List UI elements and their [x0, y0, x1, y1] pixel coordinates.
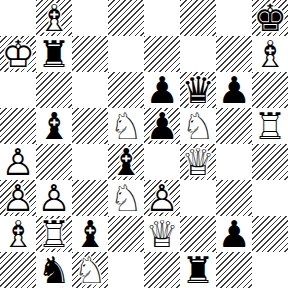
white-queen-e2: ♛♕ — [144, 216, 180, 252]
square-g1[interactable] — [216, 252, 252, 288]
square-b1[interactable]: ♞♞ — [36, 252, 72, 288]
white-bishop-icon: ♗ — [36, 0, 72, 36]
white-king-icon: ♔ — [0, 36, 36, 72]
white-pawn-a3: ♟♙ — [0, 180, 36, 216]
white-pawn-icon: ♙ — [36, 180, 72, 216]
square-g5[interactable] — [216, 108, 252, 144]
square-f1[interactable]: ♜♜ — [180, 252, 216, 288]
square-g2[interactable]: ♟♟ — [216, 216, 252, 252]
square-d1[interactable] — [108, 252, 144, 288]
square-a2[interactable]: ♝♗ — [0, 216, 36, 252]
black-bishop-c2: ♝♝ — [72, 216, 108, 252]
square-f3[interactable] — [180, 180, 216, 216]
white-rook-b2: ♜♖ — [36, 216, 72, 252]
square-d7[interactable] — [108, 36, 144, 72]
black-queen-icon: ♛ — [180, 72, 216, 108]
white-knight-f5: ♞♘ — [180, 108, 216, 144]
black-king-icon: ♚ — [252, 0, 288, 36]
square-e5[interactable]: ♟♟ — [144, 108, 180, 144]
black-pawn-icon: ♟ — [144, 108, 180, 144]
white-king-a7: ♚♔ — [0, 36, 36, 72]
square-h5[interactable]: ♜♖ — [252, 108, 288, 144]
white-bishop-h7: ♝♗ — [252, 36, 288, 72]
square-c1[interactable]: ♞♘ — [72, 252, 108, 288]
square-g8[interactable] — [216, 0, 252, 36]
white-knight-icon: ♘ — [108, 180, 144, 216]
square-a3[interactable]: ♟♙ — [0, 180, 36, 216]
square-c2[interactable]: ♝♝ — [72, 216, 108, 252]
square-d3[interactable]: ♞♘ — [108, 180, 144, 216]
square-g6[interactable]: ♟♟ — [216, 72, 252, 108]
black-bishop-icon: ♝ — [108, 144, 144, 180]
square-d6[interactable] — [108, 72, 144, 108]
white-knight-c1: ♞♘ — [72, 252, 108, 288]
black-pawn-icon: ♟ — [216, 216, 252, 252]
square-c8[interactable] — [72, 0, 108, 36]
square-h4[interactable] — [252, 144, 288, 180]
square-f4[interactable]: ♛♕ — [180, 144, 216, 180]
black-queen-f6: ♛♛ — [180, 72, 216, 108]
black-bishop-icon: ♝ — [72, 216, 108, 252]
square-c5[interactable] — [72, 108, 108, 144]
square-b7[interactable]: ♜♜ — [36, 36, 72, 72]
square-e4[interactable] — [144, 144, 180, 180]
black-bishop-d4: ♝♝ — [108, 144, 144, 180]
square-d5[interactable]: ♞♘ — [108, 108, 144, 144]
white-queen-icon: ♕ — [144, 216, 180, 252]
square-b8[interactable]: ♝♗ — [36, 0, 72, 36]
black-pawn-e6: ♟♟ — [144, 72, 180, 108]
white-knight-d5: ♞♘ — [108, 108, 144, 144]
black-knight-b1: ♞♞ — [36, 252, 72, 288]
white-knight-icon: ♘ — [72, 252, 108, 288]
square-h6[interactable] — [252, 72, 288, 108]
white-pawn-a4: ♟♙ — [0, 144, 36, 180]
square-e3[interactable]: ♟♙ — [144, 180, 180, 216]
square-e2[interactable]: ♛♕ — [144, 216, 180, 252]
black-pawn-icon: ♟ — [144, 72, 180, 108]
square-c4[interactable] — [72, 144, 108, 180]
square-f7[interactable] — [180, 36, 216, 72]
square-g4[interactable] — [216, 144, 252, 180]
square-e8[interactable] — [144, 0, 180, 36]
square-a8[interactable] — [0, 0, 36, 36]
white-knight-d3: ♞♘ — [108, 180, 144, 216]
square-g7[interactable] — [216, 36, 252, 72]
square-a7[interactable]: ♚♔ — [0, 36, 36, 72]
white-pawn-icon: ♙ — [0, 144, 36, 180]
white-rook-h5: ♜♖ — [252, 108, 288, 144]
black-pawn-e5: ♟♟ — [144, 108, 180, 144]
white-pawn-b3: ♟♙ — [36, 180, 72, 216]
square-e6[interactable]: ♟♟ — [144, 72, 180, 108]
black-rook-b7: ♜♜ — [36, 36, 72, 72]
white-bishop-icon: ♗ — [252, 36, 288, 72]
white-rook-icon: ♖ — [36, 216, 72, 252]
square-h3[interactable] — [252, 180, 288, 216]
white-pawn-e3: ♟♙ — [144, 180, 180, 216]
black-rook-icon: ♜ — [180, 252, 216, 288]
square-e1[interactable] — [144, 252, 180, 288]
square-a5[interactable] — [0, 108, 36, 144]
black-pawn-g2: ♟♟ — [216, 216, 252, 252]
square-a4[interactable]: ♟♙ — [0, 144, 36, 180]
square-g3[interactable] — [216, 180, 252, 216]
square-h7[interactable]: ♝♗ — [252, 36, 288, 72]
square-b2[interactable]: ♜♖ — [36, 216, 72, 252]
square-h2[interactable] — [252, 216, 288, 252]
square-e7[interactable] — [144, 36, 180, 72]
white-queen-f4: ♛♕ — [180, 144, 216, 180]
square-f8[interactable] — [180, 0, 216, 36]
black-knight-icon: ♞ — [36, 252, 72, 288]
square-h8[interactable]: ♚♚ — [252, 0, 288, 36]
square-d4[interactable]: ♝♝ — [108, 144, 144, 180]
black-rook-icon: ♜ — [36, 36, 72, 72]
black-king-h8: ♚♚ — [252, 0, 288, 36]
square-c7[interactable] — [72, 36, 108, 72]
white-queen-icon: ♕ — [180, 144, 216, 180]
white-bishop-icon: ♗ — [0, 216, 36, 252]
black-pawn-g6: ♟♟ — [216, 72, 252, 108]
white-knight-icon: ♘ — [108, 108, 144, 144]
square-a1[interactable] — [0, 252, 36, 288]
square-f6[interactable]: ♛♛ — [180, 72, 216, 108]
square-a6[interactable] — [0, 72, 36, 108]
black-bishop-b5: ♝♝ — [36, 108, 72, 144]
square-b6[interactable] — [36, 72, 72, 108]
square-b4[interactable] — [36, 144, 72, 180]
square-b5[interactable]: ♝♝ — [36, 108, 72, 144]
square-c3[interactable] — [72, 180, 108, 216]
white-bishop-a2: ♝♗ — [0, 216, 36, 252]
square-c6[interactable] — [72, 72, 108, 108]
white-knight-icon: ♘ — [180, 108, 216, 144]
black-rook-f1: ♜♜ — [180, 252, 216, 288]
chess-board: ♝♗♚♚♚♔♜♜♝♗♟♟♛♛♟♟♝♝♞♘♟♟♞♘♜♖♟♙♝♝♛♕♟♙♟♙♞♘♟♙… — [0, 0, 288, 288]
black-bishop-icon: ♝ — [36, 108, 72, 144]
white-rook-icon: ♖ — [252, 108, 288, 144]
white-pawn-icon: ♙ — [0, 180, 36, 216]
black-pawn-icon: ♟ — [216, 72, 252, 108]
square-f2[interactable] — [180, 216, 216, 252]
white-bishop-b8: ♝♗ — [36, 0, 72, 36]
square-d2[interactable] — [108, 216, 144, 252]
square-f5[interactable]: ♞♘ — [180, 108, 216, 144]
square-d8[interactable] — [108, 0, 144, 36]
square-h1[interactable] — [252, 252, 288, 288]
white-pawn-icon: ♙ — [144, 180, 180, 216]
square-b3[interactable]: ♟♙ — [36, 180, 72, 216]
